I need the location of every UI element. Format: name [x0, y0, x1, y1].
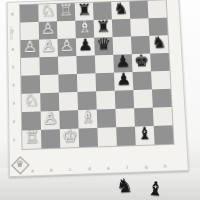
black-piece-p-f5[interactable]: ♟: [115, 53, 131, 69]
square-e5[interactable]: [95, 55, 114, 74]
square-a5[interactable]: [21, 57, 40, 76]
square-g4[interactable]: [133, 71, 152, 90]
white-piece-r-c8[interactable]: ♖: [58, 2, 73, 18]
square-f4[interactable]: ♟: [114, 72, 133, 91]
square-e1[interactable]: [97, 127, 117, 146]
square-a3[interactable]: ♘: [22, 93, 41, 112]
square-b4[interactable]: [40, 75, 59, 94]
rank-label-1: 1: [13, 134, 16, 147]
rank-label-8: 8: [11, 8, 14, 20]
square-h2[interactable]: [153, 107, 173, 126]
file-label-f: f: [120, 165, 134, 170]
rank-label-5: 5: [12, 61, 15, 73]
square-c1[interactable]: ♔: [60, 129, 79, 148]
square-f8[interactable]: ♞: [111, 1, 130, 19]
square-h5[interactable]: [150, 53, 169, 71]
square-b2[interactable]: ♙: [41, 111, 60, 130]
white-piece-p-a6[interactable]: ♙: [22, 39, 37, 55]
rank-label-3: 3: [12, 97, 15, 109]
file-label-g: g: [139, 164, 153, 169]
square-g3[interactable]: [133, 89, 152, 108]
captured-black-knight[interactable]: ♞: [115, 174, 133, 197]
black-piece-n-h6[interactable]: ♞: [151, 34, 167, 50]
square-b5[interactable]: [39, 57, 58, 76]
board-grid: ♘♖♜♞♙♗♜♙♙♙♟♛♞♟♚♟♘♙♗♖♔♝: [20, 0, 173, 149]
black-piece-r-e7[interactable]: ♜: [95, 19, 110, 35]
white-piece-p-c6[interactable]: ♙: [59, 37, 74, 53]
emblem-crown-icon: ♛: [11, 159, 29, 170]
white-piece-p-b7[interactable]: ♙: [40, 20, 55, 36]
square-g1[interactable]: ♝: [135, 126, 155, 145]
square-a8[interactable]: [20, 4, 39, 22]
white-piece-k-c1[interactable]: ♔: [62, 128, 78, 145]
square-d4[interactable]: [77, 73, 96, 92]
white-piece-p-b2[interactable]: ♙: [42, 110, 57, 127]
right-edge-marks: ··: [172, 6, 176, 10]
square-g7[interactable]: [130, 18, 149, 36]
white-piece-b-d2[interactable]: ♗: [80, 109, 96, 126]
square-a1[interactable]: ♖: [22, 130, 41, 149]
square-c4[interactable]: [58, 74, 77, 93]
file-label-d: d: [82, 166, 96, 171]
white-piece-n-b8[interactable]: ♘: [40, 3, 55, 19]
square-h1[interactable]: [154, 125, 174, 144]
square-d5[interactable]: [76, 55, 95, 74]
black-piece-p-f4[interactable]: ♟: [116, 71, 132, 88]
brand-emblem: ♛: [11, 156, 29, 174]
rank-label-6: 6: [12, 43, 15, 55]
square-e3[interactable]: [96, 91, 115, 110]
chess-board: CHESS ·· ♘♖♜♞♙♗♜♙♙♙♟♛♞♟♚♟♘♙♗♖♔♝ abcdefgh…: [7, 0, 189, 177]
square-c6[interactable]: ♙: [57, 38, 76, 56]
black-piece-p-d6[interactable]: ♟: [78, 37, 93, 53]
square-c3[interactable]: [59, 92, 78, 111]
square-e6[interactable]: ♛: [94, 37, 113, 55]
white-piece-n-a3[interactable]: ♘: [23, 92, 38, 109]
square-f7[interactable]: [112, 19, 131, 37]
captured-black-bishop[interactable]: ♝: [146, 176, 165, 199]
photo-of-chess-board: CHESS ·· ♘♖♜♞♙♗♜♙♙♙♟♛♞♟♚♟♘♙♗♖♔♝ abcdefgh…: [0, 0, 200, 200]
white-piece-r-a1[interactable]: ♖: [24, 129, 39, 146]
square-e2[interactable]: [97, 109, 116, 128]
rank-label-2: 2: [13, 115, 16, 128]
black-piece-b-g1[interactable]: ♝: [137, 125, 153, 142]
square-h8[interactable]: [148, 0, 167, 18]
file-label-b: b: [44, 167, 58, 172]
black-piece-n-f8[interactable]: ♞: [113, 1, 128, 17]
file-label-h: h: [158, 164, 172, 169]
square-e4[interactable]: [95, 73, 114, 92]
black-piece-q-e6[interactable]: ♛: [96, 36, 111, 52]
black-piece-k-g5[interactable]: ♚: [134, 53, 150, 69]
file-label-e: e: [101, 165, 115, 170]
black-piece-r-d8[interactable]: ♜: [77, 2, 92, 18]
file-label-c: c: [63, 167, 77, 172]
square-h3[interactable]: [152, 89, 172, 108]
rank-label-4: 4: [12, 79, 15, 91]
square-g8[interactable]: [129, 1, 148, 19]
square-d1[interactable]: [79, 128, 98, 147]
square-b1[interactable]: [41, 129, 60, 148]
square-f3[interactable]: [115, 90, 134, 109]
square-c5[interactable]: [58, 56, 77, 75]
square-a6[interactable]: ♙: [21, 40, 40, 58]
rank-label-7: 7: [11, 26, 14, 38]
square-f1[interactable]: [116, 127, 136, 146]
square-g5[interactable]: ♚: [132, 54, 151, 72]
square-d2[interactable]: ♗: [78, 110, 97, 129]
square-h4[interactable]: [151, 71, 170, 90]
square-d6[interactable]: ♟: [76, 38, 95, 56]
square-b6[interactable]: ♙: [39, 39, 58, 57]
white-piece-p-b6[interactable]: ♙: [41, 38, 56, 54]
white-piece-b-d7[interactable]: ♗: [77, 19, 92, 35]
square-f2[interactable]: [115, 108, 135, 127]
square-h6[interactable]: ♞: [149, 35, 168, 53]
square-c8[interactable]: ♖: [57, 3, 76, 21]
